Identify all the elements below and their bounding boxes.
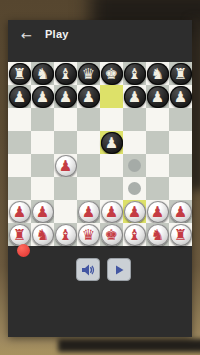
black-pawn-icon: ♟ [82, 85, 95, 107]
square-b1[interactable]: ♞ [31, 223, 54, 246]
white-pawn-e2[interactable]: ♟ [101, 201, 123, 223]
square-d4[interactable] [77, 154, 100, 177]
black-pawn-f7[interactable]: ♟ [124, 86, 146, 108]
square-b6[interactable] [31, 108, 54, 131]
square-h2[interactable]: ♟ [169, 200, 192, 223]
black-pawn-icon: ♟ [151, 85, 164, 107]
white-pawn-b2[interactable]: ♟ [32, 201, 54, 223]
white-king-e1[interactable]: ♚ [101, 224, 123, 246]
square-d7[interactable]: ♟ [77, 85, 100, 108]
square-d1[interactable]: ♛ [77, 223, 100, 246]
white-pawn-icon: ♟ [128, 200, 141, 222]
square-e2[interactable]: ♟ [100, 200, 123, 223]
square-g4[interactable] [146, 154, 169, 177]
white-knight-icon: ♞ [151, 223, 164, 245]
black-bishop-f8[interactable]: ♝ [124, 63, 146, 85]
square-f6[interactable] [123, 108, 146, 131]
square-c4[interactable]: ♟ [54, 154, 77, 177]
square-a4[interactable] [8, 154, 31, 177]
white-pawn-icon: ♟ [82, 200, 95, 222]
black-queen-icon: ♛ [82, 62, 95, 84]
black-pawn-h7[interactable]: ♟ [170, 86, 192, 108]
black-pawn-icon: ♟ [174, 85, 187, 107]
square-e8[interactable]: ♚ [100, 62, 123, 85]
black-pawn-a7[interactable]: ♟ [9, 86, 31, 108]
square-d5[interactable] [77, 131, 100, 154]
black-pawn-icon: ♟ [105, 131, 118, 153]
black-king-e8[interactable]: ♚ [101, 63, 123, 85]
play-button[interactable] [107, 258, 131, 281]
move-hint-dot-f4[interactable] [128, 159, 141, 172]
white-bishop-icon: ♝ [128, 223, 141, 245]
white-pawn-icon: ♟ [59, 154, 72, 176]
square-a7[interactable]: ♟ [8, 85, 31, 108]
white-bishop-f1[interactable]: ♝ [124, 224, 146, 246]
black-pawn-g7[interactable]: ♟ [147, 86, 169, 108]
page-title: Play [45, 28, 69, 40]
square-e1[interactable]: ♚ [100, 223, 123, 246]
white-queen-d1[interactable]: ♛ [78, 224, 100, 246]
square-c7[interactable]: ♟ [54, 85, 77, 108]
square-b3[interactable] [31, 177, 54, 200]
square-g5[interactable] [146, 131, 169, 154]
square-b8[interactable]: ♞ [31, 62, 54, 85]
black-pawn-b7[interactable]: ♟ [32, 86, 54, 108]
white-pawn-icon: ♟ [105, 200, 118, 222]
black-rook-a8[interactable]: ♜ [9, 63, 31, 85]
black-knight-b8[interactable]: ♞ [32, 63, 54, 85]
square-h5[interactable] [169, 131, 192, 154]
square-g6[interactable] [146, 108, 169, 131]
square-b2[interactable]: ♟ [31, 200, 54, 223]
white-queen-icon: ♛ [82, 223, 95, 245]
white-knight-b1[interactable]: ♞ [32, 224, 54, 246]
white-rook-h1[interactable]: ♜ [170, 224, 192, 246]
chess-app-screen: ← Play ♜♞♝♛♚♝♞♜♟♟♟♟♟♟♟♟♟♟♟♟♟♟♟♟♜♞♝♛♚♝♞♜ [0, 0, 200, 355]
square-f8[interactable]: ♝ [123, 62, 146, 85]
white-pawn-icon: ♟ [13, 200, 26, 222]
white-pawn-c4[interactable]: ♟ [55, 155, 77, 177]
game-card: ← Play ♜♞♝♛♚♝♞♜♟♟♟♟♟♟♟♟♟♟♟♟♟♟♟♟♜♞♝♛♚♝♞♜ [8, 20, 192, 337]
black-rook-h8[interactable]: ♜ [170, 63, 192, 85]
turn-indicator-dot [17, 244, 30, 257]
square-a1[interactable]: ♜ [8, 223, 31, 246]
black-pawn-icon: ♟ [36, 85, 49, 107]
square-a6[interactable] [8, 108, 31, 131]
white-pawn-d2[interactable]: ♟ [78, 201, 100, 223]
board[interactable]: ♜♞♝♛♚♝♞♜♟♟♟♟♟♟♟♟♟♟♟♟♟♟♟♟♜♞♝♛♚♝♞♜ [8, 62, 192, 246]
square-c3[interactable] [54, 177, 77, 200]
square-b4[interactable] [31, 154, 54, 177]
play-icon [112, 263, 126, 277]
white-rook-a1[interactable]: ♜ [9, 224, 31, 246]
square-e5[interactable]: ♟ [100, 131, 123, 154]
square-e7[interactable] [100, 85, 123, 108]
white-bishop-icon: ♝ [59, 223, 72, 245]
white-rook-icon: ♜ [174, 223, 187, 245]
square-e6[interactable] [100, 108, 123, 131]
square-d6[interactable] [77, 108, 100, 131]
square-f7[interactable]: ♟ [123, 85, 146, 108]
square-c5[interactable] [54, 131, 77, 154]
square-g8[interactable]: ♞ [146, 62, 169, 85]
white-pawn-icon: ♟ [151, 200, 164, 222]
white-knight-icon: ♞ [36, 223, 49, 245]
square-c2[interactable] [54, 200, 77, 223]
black-pawn-c7[interactable]: ♟ [55, 86, 77, 108]
square-f5[interactable] [123, 131, 146, 154]
square-a5[interactable] [8, 131, 31, 154]
square-g3[interactable] [146, 177, 169, 200]
white-pawn-h2[interactable]: ♟ [170, 201, 192, 223]
white-pawn-icon: ♟ [36, 200, 49, 222]
square-h1[interactable]: ♜ [169, 223, 192, 246]
square-f4[interactable] [123, 154, 146, 177]
square-a2[interactable]: ♟ [8, 200, 31, 223]
square-e4[interactable] [100, 154, 123, 177]
black-queen-d8[interactable]: ♛ [78, 63, 100, 85]
white-bishop-c1[interactable]: ♝ [55, 224, 77, 246]
white-pawn-icon: ♟ [174, 200, 187, 222]
square-d3[interactable] [77, 177, 100, 200]
square-f2[interactable]: ♟ [123, 200, 146, 223]
black-pawn-icon: ♟ [128, 85, 141, 107]
square-b5[interactable] [31, 131, 54, 154]
square-f3[interactable] [123, 177, 146, 200]
square-h8[interactable]: ♜ [169, 62, 192, 85]
square-c8[interactable]: ♝ [54, 62, 77, 85]
move-hint-dot-f3[interactable] [128, 182, 141, 195]
black-pawn-icon: ♟ [59, 85, 72, 107]
white-pawn-a2[interactable]: ♟ [9, 201, 31, 223]
square-h4[interactable] [169, 154, 192, 177]
square-a8[interactable]: ♜ [8, 62, 31, 85]
black-pawn-d7[interactable]: ♟ [78, 86, 100, 108]
square-g2[interactable]: ♟ [146, 200, 169, 223]
black-rook-icon: ♜ [174, 62, 187, 84]
background-dark-band [58, 339, 200, 352]
sound-button[interactable] [76, 258, 100, 281]
square-e3[interactable] [100, 177, 123, 200]
square-h6[interactable] [169, 108, 192, 131]
square-d2[interactable]: ♟ [77, 200, 100, 223]
black-knight-g8[interactable]: ♞ [147, 63, 169, 85]
square-b7[interactable]: ♟ [31, 85, 54, 108]
black-rook-icon: ♜ [13, 62, 26, 84]
black-bishop-c8[interactable]: ♝ [55, 63, 77, 85]
black-pawn-e5[interactable]: ♟ [101, 132, 123, 154]
white-rook-icon: ♜ [13, 223, 26, 245]
square-c6[interactable] [54, 108, 77, 131]
square-g1[interactable]: ♞ [146, 223, 169, 246]
square-a3[interactable] [8, 177, 31, 200]
white-king-icon: ♚ [105, 223, 118, 245]
black-knight-icon: ♞ [36, 62, 49, 84]
square-f1[interactable]: ♝ [123, 223, 146, 246]
controls-bar [76, 258, 131, 281]
square-g7[interactable]: ♟ [146, 85, 169, 108]
square-d8[interactable]: ♛ [77, 62, 100, 85]
speaker-icon [81, 263, 95, 277]
white-pawn-g2[interactable]: ♟ [147, 201, 169, 223]
back-arrow-icon[interactable]: ← [21, 27, 32, 45]
square-h3[interactable] [169, 177, 192, 200]
black-bishop-icon: ♝ [128, 62, 141, 84]
square-h7[interactable]: ♟ [169, 85, 192, 108]
black-bishop-icon: ♝ [59, 62, 72, 84]
white-knight-g1[interactable]: ♞ [147, 224, 169, 246]
square-c1[interactable]: ♝ [54, 223, 77, 246]
white-pawn-f2[interactable]: ♟ [124, 201, 146, 223]
black-pawn-icon: ♟ [13, 85, 26, 107]
black-king-icon: ♚ [105, 62, 118, 84]
black-knight-icon: ♞ [151, 62, 164, 84]
header-bar: ← Play [8, 20, 192, 62]
